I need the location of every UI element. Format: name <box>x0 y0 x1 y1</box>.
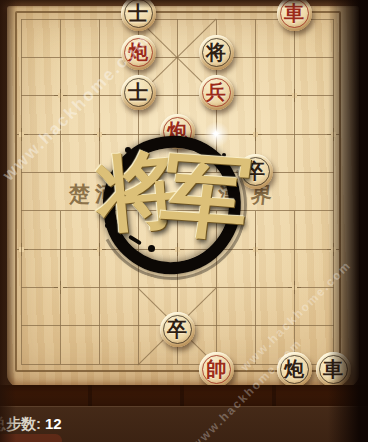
point-marker <box>93 128 106 141</box>
ink-splatter-dot <box>148 245 155 252</box>
piece-character: 帥 <box>206 352 226 387</box>
screen-vignette-right <box>328 0 368 442</box>
grid-line <box>99 211 100 364</box>
point-marker <box>54 281 67 294</box>
point-marker <box>249 243 262 256</box>
piece-character: 士 <box>128 75 148 110</box>
piece-character: 将 <box>206 35 226 70</box>
table-edge-top <box>0 0 368 8</box>
point-marker <box>93 243 106 256</box>
point-marker <box>15 128 28 141</box>
piece-black-卒[interactable]: 卒 <box>160 312 195 347</box>
point-marker <box>288 281 301 294</box>
piece-character: 兵 <box>206 75 226 110</box>
piece-red-帥[interactable]: 帥 <box>199 352 234 387</box>
piece-black-将[interactable]: 将 <box>199 35 234 70</box>
point-marker <box>15 243 28 256</box>
grid-line <box>255 211 256 364</box>
table-edge-left <box>0 0 16 442</box>
point-marker <box>288 89 301 102</box>
piece-character: 卒 <box>167 312 187 347</box>
table-wood <box>0 385 368 406</box>
last-move-sparkle: ✦ <box>203 121 230 148</box>
point-marker <box>54 89 67 102</box>
check-banner-char-jun: 军 <box>155 143 257 248</box>
piece-red-兵[interactable]: 兵 <box>199 75 234 110</box>
point-marker <box>249 128 262 141</box>
piece-black-士[interactable]: 士 <box>121 75 156 110</box>
move-counter-value: 12 <box>45 415 62 432</box>
grid-line <box>21 19 22 364</box>
xiangqi-game-screen: 楚河 漢界 士車炮将士兵炮卒卒帥炮車 将 军 ✦ 总步数:12 www.hack… <box>0 0 368 442</box>
